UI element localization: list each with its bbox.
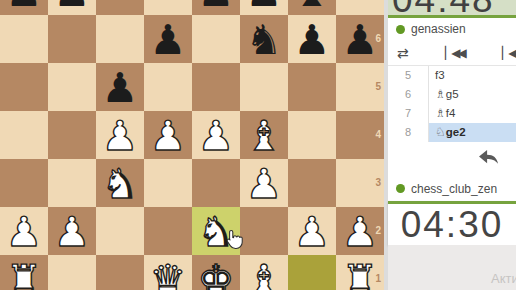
square-f5[interactable]: [240, 63, 288, 111]
square-e4[interactable]: ♟: [192, 111, 240, 159]
bottom-player-name[interactable]: chess_club_zen: [411, 182, 497, 196]
square-f7[interactable]: ♟: [240, 0, 288, 15]
top-player-name[interactable]: genassien: [411, 22, 466, 36]
white-pawn: ♟: [48, 207, 96, 255]
bottom-player-row: chess_club_zen: [388, 176, 516, 201]
square-b6[interactable]: [48, 15, 96, 63]
square-b2[interactable]: ♟: [48, 207, 96, 255]
square-a6[interactable]: [0, 15, 48, 63]
square-c7[interactable]: [96, 0, 144, 15]
rank-label-6: 6: [375, 34, 381, 44]
white-pawn: ♟: [192, 111, 240, 159]
rank-label-1: 1: [375, 274, 381, 284]
square-g2[interactable]: ♟: [288, 207, 336, 255]
previous-move-button[interactable]: ▏◀: [502, 40, 514, 65]
black-pawn: ♟: [288, 15, 336, 63]
online-dot-icon: [396, 25, 405, 34]
move-number: 8: [388, 123, 428, 142]
black-pawn: ♟: [96, 63, 144, 111]
move-piece-icon: ♘: [435, 125, 446, 139]
square-d6[interactable]: ♟: [144, 15, 192, 63]
square-c3[interactable]: ♞: [96, 159, 144, 207]
white-rook: ♜: [0, 255, 48, 290]
white-pawn: ♟: [96, 111, 144, 159]
square-h5[interactable]: 5: [336, 63, 384, 111]
square-f3[interactable]: ♟: [240, 159, 288, 207]
square-h3[interactable]: 3: [336, 159, 384, 207]
white-king: ♚: [192, 255, 240, 290]
square-e6[interactable]: [192, 15, 240, 63]
square-e1[interactable]: ♚: [192, 255, 240, 290]
square-g6[interactable]: ♟: [288, 15, 336, 63]
white-knight: ♞: [96, 159, 144, 207]
board-viewport: ♜♞♝♛♜♚8♟♟♟♟♝7♟♞♟♟6♟5♟♟♟♝4♞♟3♟♟♞♟♟2♜♛♚♝♜1: [0, 0, 388, 290]
move-piece-icon: ♗: [435, 106, 446, 120]
online-dot-icon: [396, 184, 405, 193]
square-f6[interactable]: ♞: [240, 15, 288, 63]
square-c2[interactable]: [96, 207, 144, 255]
white-queen: ♛: [144, 255, 192, 290]
flip-board-button[interactable]: ⇄: [397, 40, 409, 65]
square-a3[interactable]: [0, 159, 48, 207]
move-row-8: 8♘ge2: [388, 123, 516, 142]
square-e7[interactable]: ♟: [192, 0, 240, 15]
black-knight: ♞: [240, 15, 288, 63]
square-a4[interactable]: [0, 111, 48, 159]
chess-board: ♜♞♝♛♜♚8♟♟♟♟♝7♟♞♟♟6♟5♟♟♟♝4♞♟3♟♟♞♟♟2♜♛♚♝♜1: [0, 0, 384, 290]
square-a7[interactable]: ♟: [0, 0, 48, 15]
move-text[interactable]: ♗g5: [428, 85, 516, 104]
square-d7[interactable]: [144, 0, 192, 15]
square-d4[interactable]: ♟: [144, 111, 192, 159]
square-b5[interactable]: [48, 63, 96, 111]
white-bishop: ♝: [240, 255, 288, 290]
black-pawn: ♟: [192, 0, 240, 15]
square-a2[interactable]: ♟: [0, 207, 48, 255]
move-list-controls: ⇄▏◀◀▏◀: [388, 40, 516, 66]
white-pawn: ♟: [240, 159, 288, 207]
bottom-player-clock: 04:30: [388, 201, 516, 245]
square-g4[interactable]: [288, 111, 336, 159]
square-f4[interactable]: ♝: [240, 111, 288, 159]
square-d1[interactable]: ♛: [144, 255, 192, 290]
rank-label-5: 5: [375, 82, 381, 92]
square-f1[interactable]: ♝: [240, 255, 288, 290]
move-row-5: 5f3: [388, 66, 516, 85]
move-row-6: 6♗g5: [388, 85, 516, 104]
page-background: Активация Windows: [388, 245, 516, 290]
square-h1[interactable]: ♜1: [336, 255, 384, 290]
undo-icon[interactable]: [477, 148, 501, 167]
square-a5[interactable]: [0, 63, 48, 111]
move-number: 5: [388, 66, 428, 85]
black-pawn: ♟: [48, 0, 96, 15]
square-c6[interactable]: [96, 15, 144, 63]
square-d2[interactable]: [144, 207, 192, 255]
black-bishop: ♝: [288, 0, 336, 15]
top-player-row: genassien: [388, 18, 516, 40]
move-row-7: 7♗f4: [388, 104, 516, 123]
square-e5[interactable]: [192, 63, 240, 111]
black-pawn: ♟: [0, 0, 48, 15]
move-text[interactable]: f3: [428, 66, 516, 85]
move-list: ⇄▏◀◀▏◀ 5f36♗g57♗f48♘ge2: [388, 40, 516, 142]
move-list-rows: 5f36♗g57♗f48♘ge2: [388, 66, 516, 142]
rank-label-3: 3: [375, 178, 381, 188]
square-h4[interactable]: 4: [336, 111, 384, 159]
windows-activation-watermark: Активация Windows: [491, 271, 516, 286]
hand-cursor-icon: [226, 229, 243, 250]
undo-toolbar: [388, 142, 516, 176]
square-b1[interactable]: [48, 255, 96, 290]
white-pawn: ♟: [288, 207, 336, 255]
square-d3[interactable]: [144, 159, 192, 207]
white-pawn: ♟: [0, 207, 48, 255]
square-b4[interactable]: [48, 111, 96, 159]
rank-label-4: 4: [375, 130, 381, 140]
top-player-clock: 04:48: [388, 0, 516, 18]
square-b7[interactable]: ♟: [48, 0, 96, 15]
black-pawn: ♟: [240, 0, 288, 15]
move-piece-icon: ♗: [435, 87, 446, 101]
square-d5[interactable]: [144, 63, 192, 111]
sidebar: 04:48 genassien ⇄▏◀◀▏◀ 5f36♗g57♗f48♘ge2 …: [388, 0, 516, 290]
square-f2[interactable]: [240, 207, 288, 255]
square-h2[interactable]: ♟2: [336, 207, 384, 255]
first-move-button[interactable]: ▏◀◀: [445, 40, 464, 65]
square-h7[interactable]: 7: [336, 0, 384, 15]
bottom-clock-time: 04:30: [401, 204, 504, 245]
move-number: 7: [388, 104, 428, 123]
square-g7[interactable]: ♝: [288, 0, 336, 15]
square-c4[interactable]: ♟: [96, 111, 144, 159]
top-clock-time: 04:48: [392, 0, 495, 14]
square-e3[interactable]: [192, 159, 240, 207]
square-c5[interactable]: ♟: [96, 63, 144, 111]
square-c1[interactable]: [96, 255, 144, 290]
white-pawn: ♟: [144, 111, 192, 159]
rank-label-2: 2: [375, 226, 381, 236]
square-h6[interactable]: ♟6: [336, 15, 384, 63]
square-b3[interactable]: [48, 159, 96, 207]
square-g3[interactable]: [288, 159, 336, 207]
square-g5[interactable]: [288, 63, 336, 111]
move-text[interactable]: ♗f4: [428, 104, 516, 123]
move-number: 6: [388, 85, 428, 104]
square-g1[interactable]: [288, 255, 336, 290]
black-pawn: ♟: [144, 15, 192, 63]
move-text[interactable]: ♘ge2: [428, 123, 516, 142]
square-a1[interactable]: ♜: [0, 255, 48, 290]
white-bishop: ♝: [240, 111, 288, 159]
